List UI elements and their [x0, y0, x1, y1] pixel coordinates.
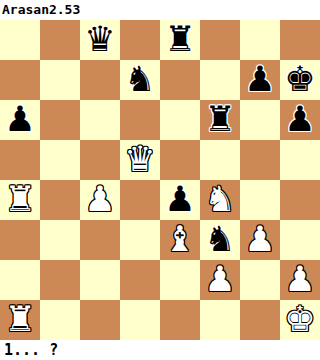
titlebar: Arasan2.53	[0, 0, 320, 20]
square-b1[interactable]	[40, 300, 80, 340]
square-e4[interactable]: ♟	[160, 180, 200, 220]
square-e5[interactable]	[160, 140, 200, 180]
statusbar: 1... ?	[0, 340, 320, 360]
square-e2[interactable]	[160, 260, 200, 300]
white-pawn[interactable]: ♟	[204, 259, 235, 299]
chess-board: ♛♜♞♟♚♟♜♟♛♜♟♟♞♝♞♟♟♟♜♚	[0, 20, 320, 340]
square-g3[interactable]: ♟	[240, 220, 280, 260]
square-b8[interactable]	[40, 20, 80, 60]
square-h7[interactable]: ♚	[280, 60, 320, 100]
square-b3[interactable]	[40, 220, 80, 260]
square-c2[interactable]	[80, 260, 120, 300]
square-d1[interactable]	[120, 300, 160, 340]
white-rook[interactable]: ♜	[4, 299, 35, 339]
chess-app-window: Arasan2.53 ♛♜♞♟♚♟♜♟♛♜♟♟♞♝♞♟♟♟♜♚ 1... ?	[0, 0, 320, 360]
square-h6[interactable]: ♟	[280, 100, 320, 140]
black-queen[interactable]: ♛	[84, 19, 115, 59]
square-b7[interactable]	[40, 60, 80, 100]
square-d3[interactable]	[120, 220, 160, 260]
square-f4[interactable]: ♞	[200, 180, 240, 220]
black-rook[interactable]: ♜	[204, 99, 235, 139]
black-pawn[interactable]: ♟	[4, 99, 35, 139]
square-e1[interactable]	[160, 300, 200, 340]
square-d5[interactable]: ♛	[120, 140, 160, 180]
black-knight[interactable]: ♞	[124, 59, 155, 99]
square-d8[interactable]	[120, 20, 160, 60]
square-b2[interactable]	[40, 260, 80, 300]
square-c4[interactable]: ♟	[80, 180, 120, 220]
white-bishop[interactable]: ♝	[164, 219, 195, 259]
black-king[interactable]: ♚	[284, 59, 315, 99]
square-a2[interactable]	[0, 260, 40, 300]
square-e6[interactable]	[160, 100, 200, 140]
black-pawn[interactable]: ♟	[244, 59, 275, 99]
square-g8[interactable]	[240, 20, 280, 60]
square-d4[interactable]	[120, 180, 160, 220]
move-prompt: 1... ?	[4, 340, 58, 360]
square-c6[interactable]	[80, 100, 120, 140]
square-b6[interactable]	[40, 100, 80, 140]
square-a3[interactable]	[0, 220, 40, 260]
square-d2[interactable]	[120, 260, 160, 300]
square-e3[interactable]: ♝	[160, 220, 200, 260]
square-a8[interactable]	[0, 20, 40, 60]
square-c7[interactable]	[80, 60, 120, 100]
white-pawn[interactable]: ♟	[284, 259, 315, 299]
black-pawn[interactable]: ♟	[284, 99, 315, 139]
square-h3[interactable]	[280, 220, 320, 260]
square-h4[interactable]	[280, 180, 320, 220]
square-g1[interactable]	[240, 300, 280, 340]
square-f3[interactable]: ♞	[200, 220, 240, 260]
square-c8[interactable]: ♛	[80, 20, 120, 60]
white-pawn[interactable]: ♟	[244, 219, 275, 259]
square-a5[interactable]	[0, 140, 40, 180]
square-h1[interactable]: ♚	[280, 300, 320, 340]
square-g7[interactable]: ♟	[240, 60, 280, 100]
square-a1[interactable]: ♜	[0, 300, 40, 340]
black-knight[interactable]: ♞	[204, 219, 235, 259]
square-h2[interactable]: ♟	[280, 260, 320, 300]
square-a4[interactable]: ♜	[0, 180, 40, 220]
square-f7[interactable]	[200, 60, 240, 100]
square-a6[interactable]: ♟	[0, 100, 40, 140]
black-pawn[interactable]: ♟	[164, 179, 195, 219]
square-f6[interactable]: ♜	[200, 100, 240, 140]
square-b4[interactable]	[40, 180, 80, 220]
window-title: Arasan2.53	[2, 0, 80, 20]
square-g2[interactable]	[240, 260, 280, 300]
square-c5[interactable]	[80, 140, 120, 180]
white-king[interactable]: ♚	[284, 299, 315, 339]
square-c1[interactable]	[80, 300, 120, 340]
square-g6[interactable]	[240, 100, 280, 140]
white-rook[interactable]: ♜	[4, 179, 35, 219]
square-f2[interactable]: ♟	[200, 260, 240, 300]
square-a7[interactable]	[0, 60, 40, 100]
white-pawn[interactable]: ♟	[84, 179, 115, 219]
square-g5[interactable]	[240, 140, 280, 180]
square-f8[interactable]	[200, 20, 240, 60]
square-d7[interactable]: ♞	[120, 60, 160, 100]
black-rook[interactable]: ♜	[164, 19, 195, 59]
white-queen[interactable]: ♛	[124, 139, 155, 179]
square-h5[interactable]	[280, 140, 320, 180]
white-knight[interactable]: ♞	[204, 179, 235, 219]
square-g4[interactable]	[240, 180, 280, 220]
square-f5[interactable]	[200, 140, 240, 180]
square-b5[interactable]	[40, 140, 80, 180]
square-f1[interactable]	[200, 300, 240, 340]
square-e7[interactable]	[160, 60, 200, 100]
square-h8[interactable]	[280, 20, 320, 60]
square-d6[interactable]	[120, 100, 160, 140]
square-c3[interactable]	[80, 220, 120, 260]
square-e8[interactable]: ♜	[160, 20, 200, 60]
